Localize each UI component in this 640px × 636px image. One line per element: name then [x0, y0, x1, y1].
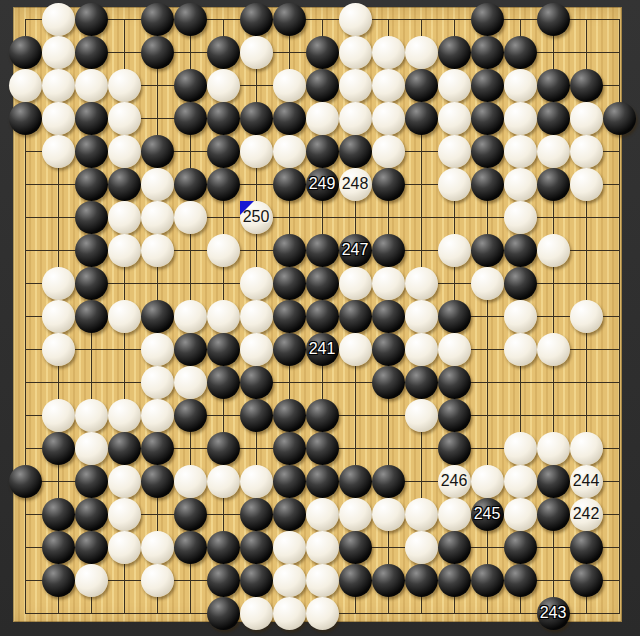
white-stone	[42, 300, 75, 333]
black-stone	[240, 564, 273, 597]
white-stone	[570, 432, 603, 465]
black-stone	[471, 102, 504, 135]
black-stone	[570, 531, 603, 564]
white-stone	[207, 300, 240, 333]
white-stone	[108, 498, 141, 531]
black-stone	[207, 432, 240, 465]
black-stone	[207, 564, 240, 597]
black-stone	[537, 102, 570, 135]
white-stone: 246	[438, 465, 471, 498]
black-stone	[75, 135, 108, 168]
black-stone	[570, 564, 603, 597]
white-stone	[207, 234, 240, 267]
white-stone: 244	[570, 465, 603, 498]
black-stone	[438, 432, 471, 465]
white-stone	[306, 597, 339, 630]
black-stone	[141, 135, 174, 168]
black-stone	[273, 168, 306, 201]
white-stone	[339, 267, 372, 300]
black-stone	[108, 432, 141, 465]
black-stone	[372, 234, 405, 267]
white-stone	[108, 300, 141, 333]
black-stone: 241	[306, 333, 339, 366]
white-stone	[372, 498, 405, 531]
black-stone	[207, 102, 240, 135]
white-stone	[405, 333, 438, 366]
white-stone	[108, 234, 141, 267]
white-stone	[174, 465, 207, 498]
black-stone	[273, 465, 306, 498]
white-stone	[438, 102, 471, 135]
black-stone	[339, 300, 372, 333]
white-stone	[504, 432, 537, 465]
white-stone	[42, 36, 75, 69]
white-stone	[273, 531, 306, 564]
white-stone	[75, 69, 108, 102]
white-stone	[537, 333, 570, 366]
black-stone	[372, 564, 405, 597]
white-stone	[570, 135, 603, 168]
black-stone	[405, 69, 438, 102]
white-stone	[240, 333, 273, 366]
white-stone	[42, 102, 75, 135]
black-stone	[273, 234, 306, 267]
black-stone	[273, 498, 306, 531]
black-stone	[306, 300, 339, 333]
black-stone	[306, 135, 339, 168]
black-stone	[174, 102, 207, 135]
white-stone	[339, 3, 372, 36]
white-stone	[240, 300, 273, 333]
black-stone	[438, 366, 471, 399]
black-stone	[504, 564, 537, 597]
white-stone	[504, 135, 537, 168]
white-stone	[405, 300, 438, 333]
black-stone	[240, 366, 273, 399]
white-stone	[339, 36, 372, 69]
black-stone	[75, 300, 108, 333]
white-stone	[504, 201, 537, 234]
white-stone	[141, 531, 174, 564]
white-stone	[240, 36, 273, 69]
black-stone	[471, 135, 504, 168]
white-stone	[405, 399, 438, 432]
white-stone	[537, 135, 570, 168]
move-number-label: 244	[573, 473, 600, 489]
black-stone	[471, 69, 504, 102]
white-stone	[471, 465, 504, 498]
black-stone	[504, 267, 537, 300]
white-stone: 248	[339, 168, 372, 201]
grid-line-horizontal	[25, 382, 620, 383]
black-stone	[174, 333, 207, 366]
white-stone	[108, 102, 141, 135]
white-stone	[141, 366, 174, 399]
white-stone	[42, 135, 75, 168]
white-stone	[240, 465, 273, 498]
white-stone	[339, 102, 372, 135]
white-stone	[438, 333, 471, 366]
black-stone	[306, 267, 339, 300]
white-stone	[372, 135, 405, 168]
black-stone	[75, 234, 108, 267]
black-stone	[9, 102, 42, 135]
move-number-label: 241	[309, 341, 336, 357]
black-stone	[141, 3, 174, 36]
black-stone	[75, 168, 108, 201]
white-stone	[207, 465, 240, 498]
black-stone	[240, 399, 273, 432]
white-stone	[504, 300, 537, 333]
black-stone	[207, 135, 240, 168]
white-stone	[108, 531, 141, 564]
black-stone	[537, 69, 570, 102]
black-stone	[438, 564, 471, 597]
white-stone	[570, 168, 603, 201]
black-stone	[174, 531, 207, 564]
black-stone	[471, 3, 504, 36]
black-stone	[438, 36, 471, 69]
black-stone	[570, 69, 603, 102]
move-number-label: 249	[309, 176, 336, 192]
white-stone	[108, 135, 141, 168]
white-stone	[273, 597, 306, 630]
black-stone	[273, 3, 306, 36]
black-stone	[42, 498, 75, 531]
white-stone	[405, 267, 438, 300]
white-stone: 242	[570, 498, 603, 531]
black-stone	[141, 36, 174, 69]
white-stone	[306, 564, 339, 597]
white-stone	[42, 3, 75, 36]
white-stone	[471, 267, 504, 300]
black-stone	[42, 564, 75, 597]
white-stone	[339, 69, 372, 102]
black-stone	[75, 498, 108, 531]
black-stone	[174, 399, 207, 432]
white-stone	[174, 300, 207, 333]
white-stone	[405, 36, 438, 69]
black-stone	[306, 465, 339, 498]
black-stone	[75, 3, 108, 36]
black-stone	[306, 399, 339, 432]
white-stone	[504, 333, 537, 366]
black-stone	[471, 36, 504, 69]
white-stone	[108, 399, 141, 432]
white-stone	[405, 531, 438, 564]
black-stone	[438, 399, 471, 432]
black-stone	[372, 168, 405, 201]
move-number-label: 246	[441, 473, 468, 489]
white-stone	[306, 531, 339, 564]
black-stone	[273, 333, 306, 366]
black-stone	[339, 135, 372, 168]
black-stone: 245	[471, 498, 504, 531]
black-stone	[273, 399, 306, 432]
white-stone	[75, 399, 108, 432]
white-stone	[438, 69, 471, 102]
black-stone	[207, 597, 240, 630]
black-stone	[174, 168, 207, 201]
black-stone	[273, 102, 306, 135]
black-stone	[438, 300, 471, 333]
white-stone	[42, 69, 75, 102]
black-stone	[405, 102, 438, 135]
black-stone	[207, 36, 240, 69]
go-board[interactable]: 249248250247241246244245242243	[13, 7, 622, 622]
white-stone	[42, 399, 75, 432]
black-stone	[240, 531, 273, 564]
white-stone	[174, 201, 207, 234]
black-stone	[306, 234, 339, 267]
white-stone	[108, 201, 141, 234]
black-stone	[240, 498, 273, 531]
white-stone	[438, 135, 471, 168]
white-stone	[438, 234, 471, 267]
black-stone	[471, 234, 504, 267]
white-stone	[141, 564, 174, 597]
black-stone	[405, 564, 438, 597]
white-stone	[141, 399, 174, 432]
black-stone	[339, 531, 372, 564]
white-stone	[438, 168, 471, 201]
black-stone	[537, 168, 570, 201]
black-stone	[174, 3, 207, 36]
white-stone	[108, 465, 141, 498]
white-stone	[372, 102, 405, 135]
black-stone	[339, 564, 372, 597]
white-stone	[42, 333, 75, 366]
black-stone	[207, 366, 240, 399]
black-stone	[75, 102, 108, 135]
black-stone	[537, 498, 570, 531]
black-stone	[471, 168, 504, 201]
white-stone	[42, 267, 75, 300]
white-stone	[306, 102, 339, 135]
black-stone	[504, 234, 537, 267]
black-stone: 243	[537, 597, 570, 630]
black-stone	[372, 300, 405, 333]
white-stone	[372, 36, 405, 69]
black-stone	[372, 333, 405, 366]
white-stone	[207, 69, 240, 102]
black-stone	[240, 3, 273, 36]
annotation-marker	[240, 201, 254, 215]
black-stone	[174, 498, 207, 531]
black-stone	[9, 465, 42, 498]
white-stone	[141, 168, 174, 201]
white-stone	[75, 564, 108, 597]
black-stone	[207, 168, 240, 201]
white-stone	[9, 69, 42, 102]
black-stone	[273, 432, 306, 465]
move-number-label: 242	[573, 506, 600, 522]
white-stone	[75, 432, 108, 465]
white-stone	[438, 498, 471, 531]
black-stone	[141, 300, 174, 333]
move-number-label: 245	[474, 506, 501, 522]
black-stone	[306, 69, 339, 102]
white-stone	[405, 498, 438, 531]
white-stone	[537, 432, 570, 465]
white-stone	[504, 465, 537, 498]
black-stone: 249	[306, 168, 339, 201]
black-stone	[537, 3, 570, 36]
black-stone	[108, 168, 141, 201]
black-stone	[603, 102, 636, 135]
black-stone	[75, 531, 108, 564]
black-stone	[438, 531, 471, 564]
black-stone	[42, 432, 75, 465]
white-stone	[306, 498, 339, 531]
black-stone	[471, 564, 504, 597]
white-stone	[504, 102, 537, 135]
white-stone	[108, 69, 141, 102]
black-stone	[75, 267, 108, 300]
white-stone	[240, 267, 273, 300]
black-stone	[537, 465, 570, 498]
white-stone	[141, 201, 174, 234]
white-stone	[240, 597, 273, 630]
black-stone	[207, 531, 240, 564]
move-number-label: 247	[342, 242, 369, 258]
white-stone	[240, 135, 273, 168]
black-stone	[207, 333, 240, 366]
black-stone	[504, 531, 537, 564]
white-stone	[273, 69, 306, 102]
white-stone	[570, 300, 603, 333]
black-stone	[9, 36, 42, 69]
white-stone	[570, 102, 603, 135]
app-frame: 249248250247241246244245242243	[0, 0, 640, 636]
white-stone	[273, 564, 306, 597]
black-stone	[75, 201, 108, 234]
white-stone	[504, 69, 537, 102]
white-stone	[174, 366, 207, 399]
black-stone	[141, 465, 174, 498]
black-stone	[174, 69, 207, 102]
black-stone	[75, 465, 108, 498]
white-stone	[339, 498, 372, 531]
black-stone	[372, 366, 405, 399]
black-stone	[306, 432, 339, 465]
white-stone	[339, 333, 372, 366]
white-stone	[372, 69, 405, 102]
black-stone	[141, 432, 174, 465]
black-stone	[339, 465, 372, 498]
move-number-label: 243	[540, 605, 567, 621]
black-stone	[306, 36, 339, 69]
black-stone	[405, 366, 438, 399]
white-stone	[504, 168, 537, 201]
black-stone	[240, 102, 273, 135]
black-stone	[273, 300, 306, 333]
black-stone	[75, 36, 108, 69]
black-stone	[42, 531, 75, 564]
black-stone	[273, 267, 306, 300]
white-stone	[273, 135, 306, 168]
white-stone	[537, 234, 570, 267]
white-stone	[141, 333, 174, 366]
black-stone: 247	[339, 234, 372, 267]
black-stone	[504, 36, 537, 69]
black-stone	[372, 465, 405, 498]
white-stone	[372, 267, 405, 300]
white-stone	[141, 234, 174, 267]
white-stone	[504, 498, 537, 531]
move-number-label: 248	[342, 176, 369, 192]
